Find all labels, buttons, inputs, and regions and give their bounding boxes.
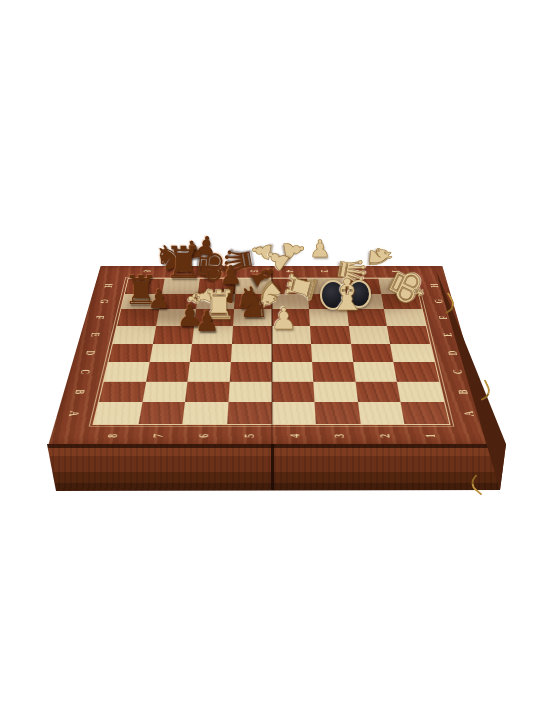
file-label: G [84,296,124,306]
square-a6 [183,402,229,424]
square-h4 [272,279,309,294]
square-d1 [390,344,434,362]
rank-label: 6 [206,264,230,278]
square-f7 [156,309,197,326]
file-label: D [68,347,112,359]
chess-piece-light-pawn: ♟ [248,238,275,263]
square-g3 [308,294,347,310]
rank-label: 5 [232,424,265,448]
rank-label: 3 [313,264,337,278]
square-d3 [311,344,353,362]
rank-label: 4 [278,424,311,448]
square-e3 [310,326,351,344]
square-h5 [235,279,272,294]
square-h8 [125,279,164,294]
square-g8 [121,294,161,310]
square-a7 [138,402,185,424]
file-label: E [427,329,469,340]
rank-label: 7 [170,264,195,278]
square-b1 [397,382,444,403]
square-c7 [146,362,190,382]
square-g1 [381,294,421,310]
square-d4 [272,344,313,362]
rank-label: 7 [140,424,175,448]
file-label: B [56,385,102,399]
square-e6 [192,326,233,344]
square-e8 [113,326,156,344]
square-c2 [353,362,397,382]
square-f2 [347,309,388,326]
square-g7 [159,294,198,310]
square-g2 [345,294,384,310]
square-h2 [343,279,381,294]
square-f8 [117,309,159,326]
square-c4 [272,362,314,382]
square-b3 [313,382,357,403]
chess-piece-dark-pawn: ♟ [180,236,205,263]
square-b8 [99,382,146,403]
chess-set-product-photo: HGFEDCBA HGFEDCBA 87654321 87654321 ♟♟♟♟… [0,0,540,720]
square-a2 [358,402,405,424]
square-h6 [198,279,236,294]
square-g6 [196,294,235,310]
file-label: A [50,406,98,420]
file-label: E [74,329,116,340]
square-d5 [231,344,272,362]
square-c8 [104,362,149,382]
rank-label: 1 [412,424,449,448]
square-f5 [233,309,272,326]
board-frame: HGFEDCBA HGFEDCBA 87654321 87654321 [48,266,494,445]
square-c5 [230,362,272,382]
chess-piece-light-pawn: ♟ [279,236,309,263]
square-f1 [384,309,426,326]
rank-label: 1 [383,264,409,278]
square-c3 [312,362,355,382]
square-f6 [194,309,234,326]
rank-label: 6 [186,424,220,448]
chess-board: HGFEDCBA HGFEDCBA 87654321 87654321 [48,266,494,445]
square-b4 [272,382,315,403]
square-e1 [387,326,430,344]
square-e7 [153,326,195,344]
square-e2 [349,326,391,344]
rank-label: 8 [134,264,160,278]
square-b6 [185,382,229,403]
square-h1 [379,279,418,294]
box-fold-gap [271,444,274,490]
clasp-hook-icon [467,474,489,496]
rank-label: 4 [278,264,302,278]
rank-label: 3 [323,424,357,448]
file-label: D [431,347,475,359]
file-label: C [63,365,108,378]
square-d2 [351,344,394,362]
rank-label: 2 [348,264,373,278]
fold-seam [270,266,272,445]
square-a4 [272,402,316,424]
square-h3 [307,279,345,294]
square-c6 [188,362,231,382]
square-b7 [142,382,188,403]
square-e4 [272,326,312,344]
square-g5 [234,294,272,310]
rank-label: 8 [94,424,131,448]
square-c1 [394,362,439,382]
square-b5 [228,382,271,403]
chess-piece-dark-pawn: ♟ [193,232,220,261]
file-label: A [445,406,493,420]
square-d8 [109,344,153,362]
square-f4 [272,309,311,326]
square-d7 [149,344,192,362]
square-b2 [355,382,401,403]
file-label: C [435,365,480,378]
rank-label: 2 [368,424,403,448]
square-h7 [162,279,200,294]
square-a1 [401,402,449,424]
rank-label: 5 [242,264,266,278]
file-label: H [415,281,454,291]
file-label: F [423,312,464,323]
chess-piece-light-pawn: ♟ [309,237,331,261]
square-a3 [315,402,361,424]
file-label: H [89,281,128,291]
square-f3 [309,309,349,326]
square-g4 [272,294,310,310]
file-label: F [79,312,120,323]
square-e5 [232,326,272,344]
square-d6 [190,344,232,362]
square-a8 [94,402,142,424]
square-a5 [227,402,271,424]
